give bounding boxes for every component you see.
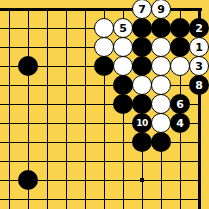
board-edge-top <box>0 8 202 11</box>
stone-white-R16 <box>151 56 171 76</box>
stone-black-R12 <box>151 132 171 152</box>
move-number-label: 5 <box>119 22 127 33</box>
stone-black-S13-move-4: 4 <box>170 113 190 133</box>
star-point-Q10 <box>140 178 144 182</box>
grid-horizontal-line <box>0 199 200 200</box>
stone-white-S16 <box>170 56 190 76</box>
stone-white-R15 <box>151 75 171 95</box>
stone-black-K10 <box>18 170 38 190</box>
stone-black-S14-move-6: 6 <box>170 94 190 114</box>
move-number-label: 6 <box>176 98 184 109</box>
stone-white-T17-move-1: 1 <box>189 37 209 57</box>
grid-vertical-line <box>66 9 67 209</box>
move-number-label: 9 <box>157 3 165 14</box>
move-number-label: 4 <box>176 117 184 128</box>
stone-black-T15-move-8: 8 <box>189 75 209 95</box>
move-number-label: 2 <box>195 22 203 33</box>
stone-black-O16 <box>94 56 114 76</box>
stone-white-R13 <box>151 113 171 133</box>
grid-vertical-line <box>9 9 10 209</box>
stone-white-P17 <box>113 37 133 57</box>
move-number-label: 1 <box>195 41 203 52</box>
stone-black-Q17 <box>132 37 152 57</box>
stone-white-T16-move-3: 3 <box>189 56 209 76</box>
stone-white-O18 <box>94 18 114 38</box>
stone-black-R18 <box>151 18 171 38</box>
stone-black-T18-move-2: 2 <box>189 18 209 38</box>
grid-vertical-line <box>47 9 48 209</box>
stone-white-R19-move-9: 9 <box>151 0 171 19</box>
grid-vertical-line <box>85 9 86 209</box>
stone-white-P16 <box>113 56 133 76</box>
stone-black-S18 <box>170 18 190 38</box>
stone-black-P15 <box>113 75 133 95</box>
stone-black-Q16 <box>132 56 152 76</box>
move-number-label: 3 <box>195 60 203 71</box>
stone-white-R14 <box>151 94 171 114</box>
move-number-label: 7 <box>138 3 146 14</box>
stone-black-Q18 <box>132 18 152 38</box>
stone-white-Q19-move-7: 7 <box>132 0 152 19</box>
stone-black-Q12 <box>132 132 152 152</box>
stone-black-P14 <box>113 94 133 114</box>
stone-white-Q15 <box>132 75 152 95</box>
stone-black-Q14 <box>132 94 152 114</box>
stone-black-S17 <box>170 37 190 57</box>
stone-white-R17 <box>151 37 171 57</box>
stone-black-K16 <box>18 56 38 76</box>
stone-black-Q13-move-10: 10 <box>132 113 152 133</box>
stone-white-P18-move-5: 5 <box>113 18 133 38</box>
move-number-label: 8 <box>195 79 203 90</box>
go-board[interactable]: 79521386104 <box>0 0 209 209</box>
stone-white-O17 <box>94 37 114 57</box>
go-diagram: 79521386104 <box>0 0 209 209</box>
move-number-label: 10 <box>136 118 148 127</box>
grid-horizontal-line <box>0 161 200 162</box>
